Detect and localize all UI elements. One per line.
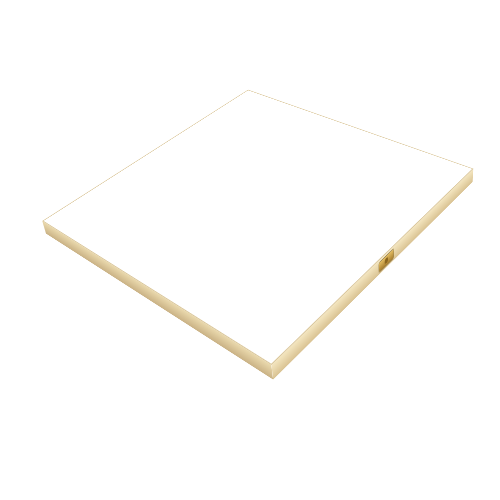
product-photo-stage <box>0 0 500 500</box>
board-top-face <box>42 90 473 365</box>
checkers-board <box>42 90 473 365</box>
board-wrapper <box>86 11 428 379</box>
